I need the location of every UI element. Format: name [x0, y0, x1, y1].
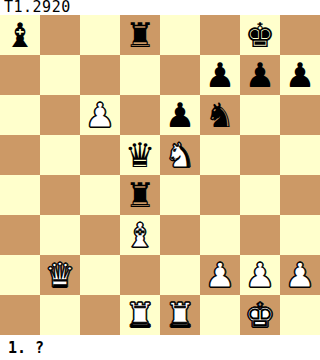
square-h6[interactable]: [280, 95, 320, 135]
black-rook-piece[interactable]: ♜: [125, 175, 155, 215]
square-f4[interactable]: [200, 175, 240, 215]
square-e3[interactable]: [160, 215, 200, 255]
black-rook-piece[interactable]: ♜: [125, 15, 155, 55]
square-e5[interactable]: ♞: [160, 135, 200, 175]
square-f5[interactable]: [200, 135, 240, 175]
square-f8[interactable]: [200, 15, 240, 55]
black-pawn-piece[interactable]: ♟: [165, 95, 195, 135]
square-d5[interactable]: ♛: [120, 135, 160, 175]
square-e7[interactable]: [160, 55, 200, 95]
square-f7[interactable]: ♟: [200, 55, 240, 95]
square-g1[interactable]: ♚: [240, 295, 280, 335]
square-e4[interactable]: [160, 175, 200, 215]
white-pawn-piece[interactable]: ♟: [285, 255, 315, 295]
square-b4[interactable]: [40, 175, 80, 215]
square-d3[interactable]: ♝: [120, 215, 160, 255]
square-c7[interactable]: [80, 55, 120, 95]
black-knight-piece[interactable]: ♞: [205, 95, 235, 135]
square-h2[interactable]: ♟: [280, 255, 320, 295]
square-e1[interactable]: ♜: [160, 295, 200, 335]
square-a5[interactable]: [0, 135, 40, 175]
black-pawn-piece[interactable]: ♟: [285, 55, 315, 95]
square-a6[interactable]: [0, 95, 40, 135]
black-queen-piece[interactable]: ♛: [125, 135, 155, 175]
square-e6[interactable]: ♟: [160, 95, 200, 135]
square-b5[interactable]: [40, 135, 80, 175]
square-d4[interactable]: ♜: [120, 175, 160, 215]
black-pawn-piece[interactable]: ♟: [245, 55, 275, 95]
square-a1[interactable]: [0, 295, 40, 335]
white-bishop-piece[interactable]: ♝: [125, 215, 155, 255]
square-f3[interactable]: [200, 215, 240, 255]
white-king-piece[interactable]: ♚: [245, 295, 275, 335]
square-g7[interactable]: ♟: [240, 55, 280, 95]
square-g5[interactable]: [240, 135, 280, 175]
square-b7[interactable]: [40, 55, 80, 95]
square-d8[interactable]: ♜: [120, 15, 160, 55]
square-f6[interactable]: ♞: [200, 95, 240, 135]
square-d2[interactable]: [120, 255, 160, 295]
square-c4[interactable]: [80, 175, 120, 215]
square-g6[interactable]: [240, 95, 280, 135]
square-g4[interactable]: [240, 175, 280, 215]
square-a2[interactable]: [0, 255, 40, 295]
black-king-piece[interactable]: ♚: [245, 15, 275, 55]
square-h1[interactable]: [280, 295, 320, 335]
square-d7[interactable]: [120, 55, 160, 95]
white-rook-piece[interactable]: ♜: [165, 295, 195, 335]
square-h5[interactable]: [280, 135, 320, 175]
square-h7[interactable]: ♟: [280, 55, 320, 95]
square-b1[interactable]: [40, 295, 80, 335]
square-a4[interactable]: [0, 175, 40, 215]
square-g2[interactable]: ♟: [240, 255, 280, 295]
square-h3[interactable]: [280, 215, 320, 255]
white-rook-piece[interactable]: ♜: [125, 295, 155, 335]
square-b6[interactable]: [40, 95, 80, 135]
square-c3[interactable]: [80, 215, 120, 255]
square-a7[interactable]: [0, 55, 40, 95]
move-prompt: 1. ?: [0, 335, 320, 360]
square-d6[interactable]: [120, 95, 160, 135]
square-g8[interactable]: ♚: [240, 15, 280, 55]
square-c1[interactable]: [80, 295, 120, 335]
square-e8[interactable]: [160, 15, 200, 55]
problem-id: T1.2920: [0, 0, 320, 15]
square-a3[interactable]: [0, 215, 40, 255]
chess-problem-window: T1.2920 ♝♜♚♟♟♟♟♟♞♛♞♜♝♛♟♟♟♜♜♚ 1. ?: [0, 0, 320, 360]
white-knight-piece[interactable]: ♞: [165, 135, 195, 175]
square-c5[interactable]: [80, 135, 120, 175]
square-c6[interactable]: ♟: [80, 95, 120, 135]
square-g3[interactable]: [240, 215, 280, 255]
black-bishop-piece[interactable]: ♝: [5, 15, 35, 55]
square-c2[interactable]: [80, 255, 120, 295]
square-b8[interactable]: [40, 15, 80, 55]
white-pawn-piece[interactable]: ♟: [85, 95, 115, 135]
chess-board: ♝♜♚♟♟♟♟♟♞♛♞♜♝♛♟♟♟♜♜♚: [0, 15, 320, 335]
square-h4[interactable]: [280, 175, 320, 215]
white-queen-piece[interactable]: ♛: [45, 255, 75, 295]
square-b3[interactable]: [40, 215, 80, 255]
white-pawn-piece[interactable]: ♟: [205, 255, 235, 295]
square-b2[interactable]: ♛: [40, 255, 80, 295]
square-a8[interactable]: ♝: [0, 15, 40, 55]
square-f2[interactable]: ♟: [200, 255, 240, 295]
square-e2[interactable]: [160, 255, 200, 295]
square-d1[interactable]: ♜: [120, 295, 160, 335]
white-pawn-piece[interactable]: ♟: [245, 255, 275, 295]
black-pawn-piece[interactable]: ♟: [205, 55, 235, 95]
square-f1[interactable]: [200, 295, 240, 335]
square-c8[interactable]: [80, 15, 120, 55]
square-h8[interactable]: [280, 15, 320, 55]
